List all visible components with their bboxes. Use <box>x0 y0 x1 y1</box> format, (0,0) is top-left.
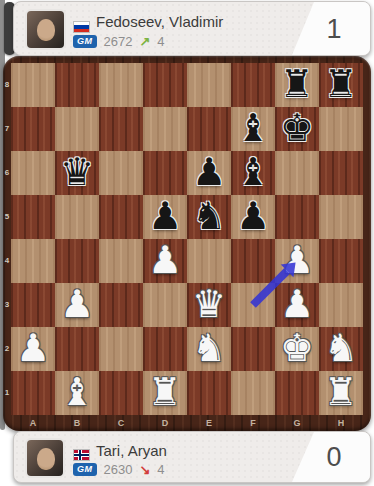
square-e7[interactable] <box>187 107 231 151</box>
square-d2[interactable] <box>143 327 187 371</box>
square-g5[interactable] <box>275 195 319 239</box>
square-a3[interactable] <box>11 283 55 327</box>
player-rating-top: 2672 <box>104 34 133 49</box>
square-e2[interactable]: ♞ <box>187 327 231 371</box>
rating-trend-value-bottom: 4 <box>157 462 164 477</box>
file-label-a: A <box>11 417 55 430</box>
square-d3[interactable] <box>143 283 187 327</box>
square-e4[interactable] <box>187 239 231 283</box>
square-b1[interactable]: ♝ <box>55 371 99 415</box>
square-e1[interactable] <box>187 371 231 415</box>
player-card-bottom: Tari, Aryan GM 2630 ↘ 4 0 <box>13 431 371 483</box>
file-label-d: D <box>143 417 187 430</box>
file-label-g: G <box>275 417 319 430</box>
piece-black-knight[interactable]: ♞ <box>187 195 231 239</box>
file-label-b: B <box>55 417 99 430</box>
piece-black-bishop[interactable]: ♝ <box>231 107 275 151</box>
square-c6[interactable] <box>99 151 143 195</box>
player-photo-bottom <box>25 438 65 478</box>
match-score-bottom: 0 <box>312 442 356 473</box>
square-g7[interactable]: ♚ <box>275 107 319 151</box>
square-e8[interactable] <box>187 63 231 107</box>
player-rating-bottom: 2630 <box>104 462 133 477</box>
square-b7[interactable] <box>55 107 99 151</box>
chess-board-frame: ♜♜♝♚♛♟♝♟♞♟♟♟♟♛♟♟♞♚♞♝♜♜ 87654321 ABCDEFGH <box>3 56 371 431</box>
piece-white-pawn[interactable]: ♟ <box>275 239 319 283</box>
square-a5[interactable] <box>11 195 55 239</box>
square-b8[interactable] <box>55 63 99 107</box>
square-d5[interactable]: ♟ <box>143 195 187 239</box>
piece-white-knight[interactable]: ♞ <box>187 327 231 371</box>
player-meta-bottom: GM 2630 ↘ 4 <box>73 462 165 477</box>
square-g4[interactable]: ♟ <box>275 239 319 283</box>
square-h1[interactable]: ♜ <box>319 371 363 415</box>
rank-label-6: 6 <box>3 151 11 195</box>
piece-white-pawn[interactable]: ♟ <box>11 327 55 371</box>
square-a6[interactable] <box>11 151 55 195</box>
square-h3[interactable] <box>319 283 363 327</box>
gm-title-badge: GM <box>73 35 97 48</box>
piece-white-pawn[interactable]: ♟ <box>275 283 319 327</box>
square-f1[interactable] <box>231 371 275 415</box>
square-c8[interactable] <box>99 63 143 107</box>
piece-white-knight[interactable]: ♞ <box>319 327 363 371</box>
rank-label-8: 8 <box>3 63 11 107</box>
piece-white-bishop[interactable]: ♝ <box>55 371 99 415</box>
square-g3[interactable]: ♟ <box>275 283 319 327</box>
square-c3[interactable] <box>99 283 143 327</box>
square-e3[interactable]: ♛ <box>187 283 231 327</box>
rank-label-4: 4 <box>3 239 11 283</box>
flag-norway-icon <box>73 449 90 461</box>
square-g2[interactable]: ♚ <box>275 327 319 371</box>
square-c4[interactable] <box>99 239 143 283</box>
square-d1[interactable]: ♜ <box>143 371 187 415</box>
square-c7[interactable] <box>99 107 143 151</box>
square-c1[interactable] <box>99 371 143 415</box>
square-c5[interactable] <box>99 195 143 239</box>
gm-title-badge: GM <box>73 463 97 476</box>
square-d8[interactable] <box>143 63 187 107</box>
rating-trend-value-top: 4 <box>157 34 164 49</box>
player-card-top: Fedoseev, Vladimir GM 2672 ↗ 4 1 <box>13 1 371 56</box>
player-photo-top <box>25 9 66 50</box>
rating-trend-up-icon: ↗ <box>139 34 150 49</box>
piece-black-pawn[interactable]: ♟ <box>187 151 231 195</box>
rating-trend-down-icon: ↘ <box>139 462 150 477</box>
square-h8[interactable]: ♜ <box>319 63 363 107</box>
square-d7[interactable] <box>143 107 187 151</box>
rank-label-3: 3 <box>3 283 11 327</box>
player-name-bottom: Tari, Aryan <box>96 442 167 459</box>
square-a4[interactable] <box>11 239 55 283</box>
square-a8[interactable] <box>11 63 55 107</box>
file-label-c: C <box>99 417 143 430</box>
square-f6[interactable]: ♝ <box>231 151 275 195</box>
piece-white-rook[interactable]: ♜ <box>319 371 363 415</box>
square-d4[interactable]: ♟ <box>143 239 187 283</box>
square-e6[interactable]: ♟ <box>187 151 231 195</box>
match-score-top: 1 <box>312 13 356 44</box>
square-a2[interactable]: ♟ <box>11 327 55 371</box>
player-name-top: Fedoseev, Vladimir <box>96 13 223 30</box>
square-b3[interactable]: ♟ <box>55 283 99 327</box>
piece-black-pawn[interactable]: ♟ <box>231 195 275 239</box>
square-h2[interactable]: ♞ <box>319 327 363 371</box>
piece-black-queen[interactable]: ♛ <box>55 151 99 195</box>
square-b2[interactable] <box>55 327 99 371</box>
file-label-h: H <box>319 417 363 430</box>
square-b4[interactable] <box>55 239 99 283</box>
rank-label-1: 1 <box>3 371 11 415</box>
piece-white-pawn[interactable]: ♟ <box>143 239 187 283</box>
piece-white-rook[interactable]: ♜ <box>143 371 187 415</box>
square-h7[interactable] <box>319 107 363 151</box>
piece-white-queen[interactable]: ♛ <box>187 283 231 327</box>
chess-board[interactable]: ♜♜♝♚♛♟♝♟♞♟♟♟♟♛♟♟♞♚♞♝♜♜ <box>11 63 363 415</box>
square-d6[interactable] <box>143 151 187 195</box>
rank-label-5: 5 <box>3 195 11 239</box>
square-b6[interactable]: ♛ <box>55 151 99 195</box>
square-g1[interactable] <box>275 371 319 415</box>
square-h5[interactable] <box>319 195 363 239</box>
square-h4[interactable] <box>319 239 363 283</box>
square-f3[interactable] <box>231 283 275 327</box>
square-e5[interactable]: ♞ <box>187 195 231 239</box>
square-b5[interactable] <box>55 195 99 239</box>
square-g6[interactable] <box>275 151 319 195</box>
square-f8[interactable] <box>231 63 275 107</box>
square-g8[interactable]: ♜ <box>275 63 319 107</box>
square-a1[interactable] <box>11 371 55 415</box>
square-c2[interactable] <box>99 327 143 371</box>
piece-black-bishop[interactable]: ♝ <box>231 151 275 195</box>
player-meta-top: GM 2672 ↗ 4 <box>73 34 165 49</box>
rank-label-2: 2 <box>3 327 11 371</box>
piece-white-king[interactable]: ♚ <box>275 327 319 371</box>
square-h6[interactable] <box>319 151 363 195</box>
square-f4[interactable] <box>231 239 275 283</box>
square-a7[interactable] <box>11 107 55 151</box>
square-f5[interactable]: ♟ <box>231 195 275 239</box>
file-label-e: E <box>187 417 231 430</box>
piece-black-king[interactable]: ♚ <box>275 107 319 151</box>
square-f2[interactable] <box>231 327 275 371</box>
piece-black-rook[interactable]: ♜ <box>319 63 363 107</box>
flag-russia-icon <box>73 21 90 33</box>
file-label-f: F <box>231 417 275 430</box>
piece-white-pawn[interactable]: ♟ <box>55 283 99 327</box>
rank-label-7: 7 <box>3 107 11 151</box>
piece-black-pawn[interactable]: ♟ <box>143 195 187 239</box>
square-f7[interactable]: ♝ <box>231 107 275 151</box>
piece-black-rook[interactable]: ♜ <box>275 63 319 107</box>
